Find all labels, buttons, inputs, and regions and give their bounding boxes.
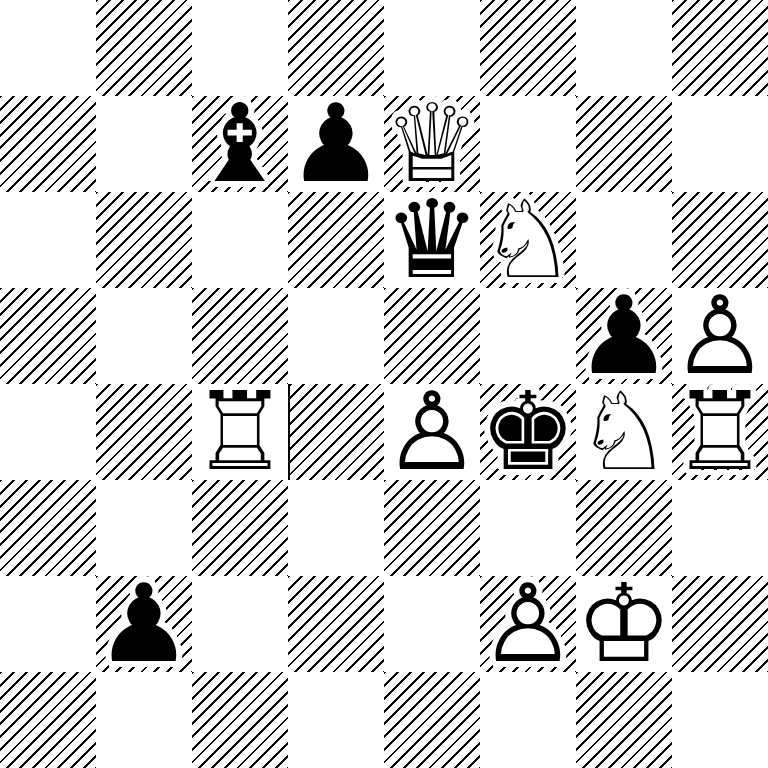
square-d6[interactable] <box>288 192 384 288</box>
square-b8[interactable] <box>96 0 192 96</box>
square-f1[interactable] <box>480 672 576 768</box>
black-queen-e6: ♛ <box>384 192 480 288</box>
square-h2[interactable] <box>672 576 768 672</box>
square-e7[interactable]: ♛♕ <box>384 96 480 192</box>
square-a5[interactable] <box>0 288 96 384</box>
chess-board: ♝♟♛♕♛♞♘♟♟♙♜♖♟♙♚♞♘♜♖♟♟♙♚♔ <box>0 0 768 768</box>
square-e6[interactable]: ♛ <box>384 192 480 288</box>
square-c2[interactable] <box>192 576 288 672</box>
square-d5[interactable] <box>288 288 384 384</box>
square-b2[interactable]: ♟ <box>96 576 192 672</box>
black-piece-glyph: ♝ <box>192 96 289 192</box>
square-h3[interactable] <box>672 480 768 576</box>
square-e3[interactable] <box>384 480 480 576</box>
square-a6[interactable] <box>0 192 96 288</box>
square-a4[interactable] <box>0 384 96 480</box>
square-h1[interactable] <box>672 672 768 768</box>
white-knight-f6: ♞♘ <box>480 192 576 288</box>
square-e1[interactable] <box>384 672 480 768</box>
square-e4[interactable]: ♟♙ <box>384 384 480 480</box>
white-king-g2: ♚♔ <box>576 576 672 672</box>
square-c4[interactable]: ♜♖ <box>192 384 288 480</box>
square-b6[interactable] <box>96 192 192 288</box>
black-piece-glyph: ♟ <box>96 576 193 672</box>
black-pawn-b2: ♟ <box>96 576 192 672</box>
white-piece-outline-glyph: ♘ <box>576 384 673 480</box>
white-queen-e7: ♛♕ <box>384 96 480 192</box>
white-rook-h4: ♜♖ <box>672 384 768 480</box>
square-g4[interactable]: ♞♘ <box>576 384 672 480</box>
white-piece-outline-glyph: ♕ <box>384 96 481 192</box>
white-piece-outline-glyph: ♖ <box>672 384 768 480</box>
square-a8[interactable] <box>0 0 96 96</box>
black-piece-glyph: ♟ <box>288 96 385 192</box>
square-a3[interactable] <box>0 480 96 576</box>
white-piece-outline-glyph: ♘ <box>480 192 577 288</box>
black-bishop-c7: ♝ <box>192 96 288 192</box>
white-piece-outline-glyph: ♖ <box>192 384 289 480</box>
square-b5[interactable] <box>96 288 192 384</box>
square-d2[interactable] <box>288 576 384 672</box>
square-g2[interactable]: ♚♔ <box>576 576 672 672</box>
black-king-f4: ♚ <box>480 384 576 480</box>
square-c3[interactable] <box>192 480 288 576</box>
square-f6[interactable]: ♞♘ <box>480 192 576 288</box>
square-b1[interactable] <box>96 672 192 768</box>
white-rook-c4: ♜♖ <box>192 384 288 480</box>
square-g7[interactable] <box>576 96 672 192</box>
white-pawn-f2: ♟♙ <box>480 576 576 672</box>
white-piece-outline-glyph: ♙ <box>480 576 577 672</box>
square-a7[interactable] <box>0 96 96 192</box>
square-h8[interactable] <box>672 0 768 96</box>
square-a2[interactable] <box>0 576 96 672</box>
white-pawn-e4: ♟♙ <box>384 384 480 480</box>
square-f4[interactable]: ♚ <box>480 384 576 480</box>
square-f2[interactable]: ♟♙ <box>480 576 576 672</box>
black-pawn-d7: ♟ <box>288 96 384 192</box>
square-e2[interactable] <box>384 576 480 672</box>
square-f8[interactable] <box>480 0 576 96</box>
white-piece-outline-glyph: ♔ <box>576 576 673 672</box>
square-h7[interactable] <box>672 96 768 192</box>
black-piece-glyph: ♛ <box>384 192 481 288</box>
square-c6[interactable] <box>192 192 288 288</box>
square-c7[interactable]: ♝ <box>192 96 288 192</box>
square-c1[interactable] <box>192 672 288 768</box>
square-h4[interactable]: ♜♖ <box>672 384 768 480</box>
square-g8[interactable] <box>576 0 672 96</box>
white-piece-outline-glyph: ♙ <box>384 384 481 480</box>
black-piece-glyph: ♚ <box>480 384 577 480</box>
square-d3[interactable] <box>288 480 384 576</box>
square-b4[interactable] <box>96 384 192 480</box>
square-g1[interactable] <box>576 672 672 768</box>
square-a1[interactable] <box>0 672 96 768</box>
square-d7[interactable]: ♟ <box>288 96 384 192</box>
square-d4[interactable] <box>288 384 384 480</box>
square-d1[interactable] <box>288 672 384 768</box>
white-knight-g4: ♞♘ <box>576 384 672 480</box>
square-b7[interactable] <box>96 96 192 192</box>
